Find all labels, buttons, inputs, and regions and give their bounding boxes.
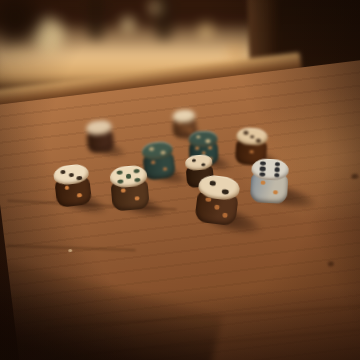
pip [221, 212, 227, 217]
pip [177, 123, 180, 126]
pip [77, 193, 82, 197]
pip [68, 172, 74, 177]
pip [120, 188, 125, 192]
pip [259, 172, 265, 177]
pip [222, 189, 229, 195]
pip [149, 147, 154, 151]
pip [162, 167, 166, 171]
pip [191, 159, 196, 163]
pip [125, 174, 131, 179]
pip [160, 150, 165, 154]
die-left [52, 163, 92, 208]
die-cream-left-center [109, 165, 150, 212]
pip [260, 161, 266, 166]
pip [260, 181, 265, 185]
pip [201, 163, 206, 167]
pip [274, 168, 280, 173]
photo-dice-on-table [0, 0, 360, 360]
pip [76, 175, 82, 180]
pip [151, 161, 155, 165]
dice-layer [0, 0, 360, 360]
pip [274, 162, 280, 167]
pip [243, 131, 248, 135]
pip [64, 186, 69, 190]
pip [195, 135, 200, 139]
pip [208, 180, 215, 186]
die-front-center [194, 174, 241, 227]
pip [273, 173, 279, 178]
pip [205, 140, 210, 144]
die-back-left [85, 120, 114, 153]
pip [260, 167, 266, 172]
pip [213, 205, 219, 210]
pip [134, 196, 139, 200]
pip [134, 178, 140, 183]
die-white-right [249, 158, 288, 204]
pip [133, 169, 139, 174]
pip [256, 138, 261, 142]
pip [116, 170, 122, 175]
pip [117, 180, 123, 185]
pip [60, 169, 66, 174]
pip [183, 126, 186, 129]
pip [272, 190, 277, 194]
pip [248, 150, 252, 154]
pip [249, 135, 254, 139]
